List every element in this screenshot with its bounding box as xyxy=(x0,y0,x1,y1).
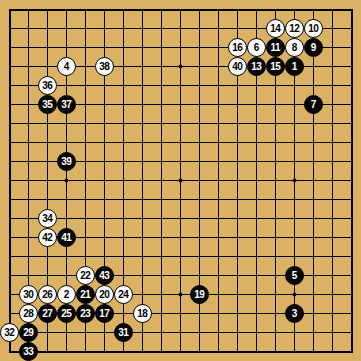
star-point xyxy=(179,293,183,297)
stone-20-white: 20 xyxy=(95,285,115,305)
stone-30-white: 30 xyxy=(19,285,39,305)
stone-41-black: 41 xyxy=(57,228,77,248)
stone-40-white: 40 xyxy=(228,57,248,77)
stone-35-black: 35 xyxy=(38,95,58,115)
stone-16-white: 16 xyxy=(228,38,248,58)
stone-43-black: 43 xyxy=(95,266,115,286)
stone-3-black: 3 xyxy=(285,304,305,324)
stone-9-black: 9 xyxy=(304,38,324,58)
stone-37-black: 37 xyxy=(57,95,77,115)
stone-22-white: 22 xyxy=(76,266,96,286)
star-point xyxy=(179,65,183,69)
stone-17-black: 17 xyxy=(95,304,115,324)
stone-27-black: 27 xyxy=(38,304,58,324)
stone-13-black: 13 xyxy=(247,57,267,77)
stone-21-black: 21 xyxy=(76,285,96,305)
stone-29-black: 29 xyxy=(19,323,39,343)
stone-7-black: 7 xyxy=(304,95,324,115)
stone-36-white: 36 xyxy=(38,76,58,96)
stone-31-black: 31 xyxy=(114,323,134,343)
stone-39-black: 39 xyxy=(57,152,77,172)
stone-10-white: 10 xyxy=(304,19,324,39)
stone-15-black: 15 xyxy=(266,57,286,77)
stone-11-black: 11 xyxy=(266,38,286,58)
stone-23-black: 23 xyxy=(76,304,96,324)
stone-1-black: 1 xyxy=(285,57,305,77)
stone-4-white: 4 xyxy=(57,57,77,77)
star-point xyxy=(293,293,297,297)
stone-5-black: 5 xyxy=(285,266,305,286)
stone-28-white: 28 xyxy=(19,304,39,324)
stone-19-black: 19 xyxy=(190,285,210,305)
stone-14-white: 14 xyxy=(266,19,286,39)
stone-32-white: 32 xyxy=(0,323,19,343)
go-board[interactable]: 1234567891011121314151617181920212223242… xyxy=(0,0,361,361)
stone-6-white: 6 xyxy=(247,38,267,58)
stone-33-black: 33 xyxy=(19,342,39,361)
stone-42-white: 42 xyxy=(38,228,58,248)
stone-2-white: 2 xyxy=(57,285,77,305)
stone-12-white: 12 xyxy=(285,19,305,39)
stone-8-white: 8 xyxy=(285,38,305,58)
stone-26-white: 26 xyxy=(38,285,58,305)
star-point xyxy=(293,179,297,183)
stone-24-white: 24 xyxy=(114,285,134,305)
stone-25-black: 25 xyxy=(57,304,77,324)
star-point xyxy=(65,179,69,183)
stone-34-white: 34 xyxy=(38,209,58,229)
stone-18-white: 18 xyxy=(133,304,153,324)
stone-38-white: 38 xyxy=(95,57,115,77)
star-point xyxy=(179,179,183,183)
